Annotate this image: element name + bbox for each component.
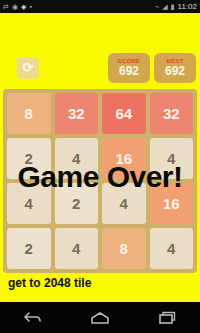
- vibrate-icon: ⌁: [155, 0, 159, 13]
- tile-4: 4: [55, 138, 99, 179]
- tile-16: 16: [150, 183, 194, 224]
- best-value: 692: [165, 65, 185, 78]
- recent-apps-button[interactable]: [156, 311, 178, 325]
- signal-icon: ◢: [162, 0, 167, 13]
- home-icon: [89, 311, 111, 325]
- tile-4: 4: [7, 183, 51, 224]
- alert-icon: ◉: [12, 0, 18, 13]
- status-right-icons: ⌁ ◢ ▮ 11:02: [155, 0, 197, 13]
- back-icon: [22, 311, 44, 325]
- gem-icon: ◈: [21, 0, 26, 13]
- tile-4: 4: [150, 138, 194, 179]
- android-nav-bar: [0, 302, 200, 333]
- usb-icon: ⇄: [3, 0, 9, 13]
- tile-2: 2: [55, 183, 99, 224]
- refresh-icon: ⟳: [23, 61, 34, 74]
- game-screen: ⟳ SCORE 692 BEST 692 8326432241644241624…: [0, 13, 200, 302]
- battery-icon: ▮: [171, 0, 175, 13]
- board-grid[interactable]: 832643224164424162484: [3, 89, 197, 273]
- game-header: ⟳ SCORE 692 BEST 692: [0, 52, 200, 83]
- status-bar: ⇄ ◉ ◈ ▪ ⌁ ◢ ▮ 11:02: [0, 0, 200, 13]
- tile-2: 2: [7, 138, 51, 179]
- tile-32: 32: [55, 93, 99, 134]
- back-button[interactable]: [22, 311, 44, 325]
- score-badges: SCORE 692 BEST 692: [108, 53, 196, 83]
- tile-4: 4: [55, 228, 99, 269]
- tile-4: 4: [150, 228, 194, 269]
- notification-icon: ▪: [29, 0, 31, 13]
- recent-apps-icon: [156, 311, 178, 325]
- tile-16: 16: [102, 138, 146, 179]
- status-left-icons: ⇄ ◉ ◈ ▪: [3, 0, 32, 13]
- score-badge: SCORE 692: [108, 53, 150, 83]
- tile-32: 32: [150, 93, 194, 134]
- tile-4: 4: [102, 183, 146, 224]
- home-button[interactable]: [89, 311, 111, 325]
- tile-8: 8: [102, 228, 146, 269]
- clock: 11:02: [178, 2, 197, 11]
- score-value: 692: [119, 65, 139, 78]
- tile-8: 8: [7, 93, 51, 134]
- tile-64: 64: [102, 93, 146, 134]
- best-badge: BEST 692: [154, 53, 196, 83]
- goal-text: get to 2048 tile: [8, 276, 91, 290]
- tile-2: 2: [7, 228, 51, 269]
- restart-button[interactable]: ⟳: [17, 57, 39, 79]
